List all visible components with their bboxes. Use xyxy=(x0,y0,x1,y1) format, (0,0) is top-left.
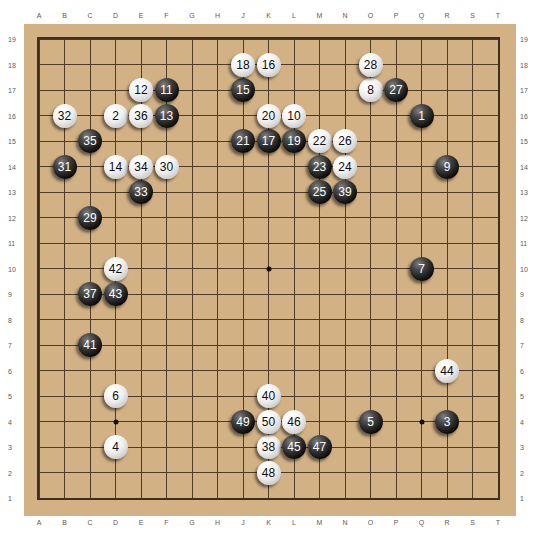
col-label-top-S: S xyxy=(470,12,475,19)
row-label-left-8: 8 xyxy=(8,316,12,323)
move-number: 25 xyxy=(313,186,326,198)
col-label-top-P: P xyxy=(394,12,399,19)
move-number: 21 xyxy=(236,135,249,147)
row-label-right-5: 5 xyxy=(520,393,524,400)
move-number: 18 xyxy=(236,59,249,71)
stone-black-Q10-move-7[interactable]: 7 xyxy=(410,257,434,281)
move-number: 40 xyxy=(262,390,275,402)
col-label-bottom-K: K xyxy=(266,519,271,526)
row-label-left-6: 6 xyxy=(8,367,12,374)
row-label-right-4: 4 xyxy=(520,418,524,425)
stone-white-N14-move-24[interactable]: 24 xyxy=(333,155,357,179)
col-label-top-E: E xyxy=(139,12,144,19)
row-label-left-19: 19 xyxy=(8,36,16,43)
col-label-top-T: T xyxy=(496,12,500,19)
col-label-top-H: H xyxy=(215,12,220,19)
stone-white-K16-move-20[interactable]: 20 xyxy=(257,104,281,128)
row-label-right-12: 12 xyxy=(520,214,528,221)
stone-white-E17-move-12[interactable]: 12 xyxy=(129,78,153,102)
move-number: 1 xyxy=(418,110,425,122)
row-label-right-9: 9 xyxy=(520,291,524,298)
col-label-bottom-B: B xyxy=(62,519,67,526)
move-number: 42 xyxy=(109,263,122,275)
move-number: 4 xyxy=(112,441,119,453)
move-number: 24 xyxy=(338,161,351,173)
move-number: 20 xyxy=(262,110,275,122)
col-label-top-C: C xyxy=(87,12,92,19)
col-label-bottom-C: C xyxy=(87,519,92,526)
move-number: 38 xyxy=(262,441,275,453)
move-number: 48 xyxy=(262,467,275,479)
stone-black-N13-move-39[interactable]: 39 xyxy=(333,180,357,204)
move-number: 37 xyxy=(83,288,96,300)
stone-black-C15-move-35[interactable]: 35 xyxy=(78,129,102,153)
move-number: 47 xyxy=(313,441,326,453)
stone-white-K3-move-38[interactable]: 38 xyxy=(257,435,281,459)
stone-black-F16-move-13[interactable]: 13 xyxy=(155,104,179,128)
row-label-left-17: 17 xyxy=(8,87,16,94)
move-number: 19 xyxy=(287,135,300,147)
stone-black-M3-move-47[interactable]: 47 xyxy=(308,435,332,459)
col-label-top-A: A xyxy=(37,12,42,19)
col-label-bottom-E: E xyxy=(139,519,144,526)
move-number: 28 xyxy=(364,59,377,71)
move-number: 14 xyxy=(109,161,122,173)
move-number: 44 xyxy=(440,365,453,377)
row-label-left-3: 3 xyxy=(8,444,12,451)
row-label-left-18: 18 xyxy=(8,61,16,68)
stone-white-E16-move-36[interactable]: 36 xyxy=(129,104,153,128)
stone-black-L3-move-45[interactable]: 45 xyxy=(282,435,306,459)
col-label-top-M: M xyxy=(317,12,323,19)
move-number: 15 xyxy=(236,84,249,96)
stone-white-B16-move-32[interactable]: 32 xyxy=(53,104,77,128)
stone-black-Q16-move-1[interactable]: 1 xyxy=(410,104,434,128)
page-background: ABCDEFGHJKLMNOPQRST ABCDEFGHJKLMNOPQRST … xyxy=(0,0,540,540)
col-label-bottom-P: P xyxy=(394,519,399,526)
col-label-top-Q: Q xyxy=(419,12,424,19)
stone-black-C7-move-41[interactable]: 41 xyxy=(78,333,102,357)
col-label-bottom-R: R xyxy=(444,519,449,526)
move-number: 43 xyxy=(109,288,122,300)
row-label-left-4: 4 xyxy=(8,418,12,425)
row-label-right-15: 15 xyxy=(520,138,528,145)
stone-white-K18-move-16[interactable]: 16 xyxy=(257,53,281,77)
move-number: 30 xyxy=(160,161,173,173)
row-label-right-13: 13 xyxy=(520,189,528,196)
col-label-bottom-D: D xyxy=(113,519,118,526)
row-label-left-16: 16 xyxy=(8,112,16,119)
move-number: 11 xyxy=(160,84,172,96)
stone-white-E14-move-34[interactable]: 34 xyxy=(129,155,153,179)
col-label-bottom-F: F xyxy=(164,519,168,526)
stone-black-K15-move-17[interactable]: 17 xyxy=(257,129,281,153)
row-label-right-10: 10 xyxy=(520,265,528,272)
stone-white-D3-move-4[interactable]: 4 xyxy=(104,435,128,459)
stone-black-O4-move-5[interactable]: 5 xyxy=(359,410,383,434)
row-label-left-10: 10 xyxy=(8,265,16,272)
move-number: 2 xyxy=(112,110,119,122)
row-label-right-2: 2 xyxy=(520,469,524,476)
col-label-bottom-Q: Q xyxy=(419,519,424,526)
move-number: 29 xyxy=(83,212,96,224)
move-number: 23 xyxy=(313,161,326,173)
row-label-left-13: 13 xyxy=(8,189,16,196)
row-label-left-14: 14 xyxy=(8,163,16,170)
stone-black-R14-move-9[interactable]: 9 xyxy=(435,155,459,179)
stone-white-K4-move-50[interactable]: 50 xyxy=(257,410,281,434)
move-number: 10 xyxy=(287,110,300,122)
move-number: 8 xyxy=(367,84,374,96)
stone-white-D16-move-2[interactable]: 2 xyxy=(104,104,128,128)
move-number: 16 xyxy=(262,59,275,71)
col-label-bottom-J: J xyxy=(241,519,245,526)
row-label-right-14: 14 xyxy=(520,163,528,170)
col-label-top-L: L xyxy=(292,12,296,19)
move-number: 36 xyxy=(134,110,147,122)
col-label-bottom-O: O xyxy=(368,519,373,526)
row-label-left-12: 12 xyxy=(8,214,16,221)
stone-white-O17-move-8[interactable]: 8 xyxy=(359,78,383,102)
move-number: 45 xyxy=(287,441,300,453)
row-label-right-7: 7 xyxy=(520,342,524,349)
stone-black-P17-move-27[interactable]: 27 xyxy=(384,78,408,102)
move-number: 17 xyxy=(262,135,275,147)
col-label-top-R: R xyxy=(444,12,449,19)
row-label-left-9: 9 xyxy=(8,291,12,298)
row-label-right-18: 18 xyxy=(520,61,528,68)
col-label-top-B: B xyxy=(62,12,67,19)
stone-black-L15-move-19[interactable]: 19 xyxy=(282,129,306,153)
move-number: 31 xyxy=(58,161,71,173)
row-label-right-1: 1 xyxy=(520,495,524,502)
move-number: 46 xyxy=(287,416,300,428)
col-label-bottom-H: H xyxy=(215,519,220,526)
stone-black-B14-move-31[interactable]: 31 xyxy=(53,155,77,179)
move-number: 32 xyxy=(58,110,71,122)
col-label-bottom-S: S xyxy=(470,519,475,526)
row-label-right-11: 11 xyxy=(520,240,527,247)
row-label-left-5: 5 xyxy=(8,393,12,400)
stone-black-C12-move-29[interactable]: 29 xyxy=(78,206,102,230)
col-label-top-D: D xyxy=(113,12,118,19)
row-label-right-8: 8 xyxy=(520,316,524,323)
col-label-top-N: N xyxy=(342,12,347,19)
move-number: 5 xyxy=(367,416,374,428)
col-label-bottom-G: G xyxy=(189,519,194,526)
stone-black-J17-move-15[interactable]: 15 xyxy=(231,78,255,102)
row-label-left-11: 11 xyxy=(8,240,15,247)
move-number: 33 xyxy=(134,186,147,198)
move-number: 9 xyxy=(444,161,451,173)
move-number: 35 xyxy=(83,135,96,147)
col-label-bottom-A: A xyxy=(37,519,42,526)
stone-black-F17-move-11[interactable]: 11 xyxy=(155,78,179,102)
stone-white-D5-move-6[interactable]: 6 xyxy=(104,384,128,408)
move-number: 7 xyxy=(418,263,425,275)
col-label-bottom-M: M xyxy=(317,519,323,526)
stone-black-M13-move-25[interactable]: 25 xyxy=(308,180,332,204)
move-number: 41 xyxy=(83,339,96,351)
move-number: 27 xyxy=(389,84,402,96)
col-label-top-F: F xyxy=(164,12,168,19)
stone-black-R4-move-3[interactable]: 3 xyxy=(435,410,459,434)
stone-white-N15-move-26[interactable]: 26 xyxy=(333,129,357,153)
stone-black-M14-move-23[interactable]: 23 xyxy=(308,155,332,179)
stone-white-L16-move-10[interactable]: 10 xyxy=(282,104,306,128)
row-label-left-15: 15 xyxy=(8,138,16,145)
move-number: 12 xyxy=(134,84,147,96)
stone-white-K2-move-48[interactable]: 48 xyxy=(257,461,281,485)
stone-white-F14-move-30[interactable]: 30 xyxy=(155,155,179,179)
stone-black-D9-move-43[interactable]: 43 xyxy=(104,282,128,306)
stone-black-J15-move-21[interactable]: 21 xyxy=(231,129,255,153)
row-label-left-7: 7 xyxy=(8,342,12,349)
move-number: 49 xyxy=(236,416,249,428)
row-label-left-2: 2 xyxy=(8,469,12,476)
stone-white-J18-move-18[interactable]: 18 xyxy=(231,53,255,77)
go-board[interactable]: 1234567891011121314151617181920212223242… xyxy=(24,24,516,516)
move-number: 26 xyxy=(338,135,351,147)
stone-white-R6-move-44[interactable]: 44 xyxy=(435,359,459,383)
move-number: 39 xyxy=(338,186,351,198)
row-label-right-6: 6 xyxy=(520,367,524,374)
stone-white-K5-move-40[interactable]: 40 xyxy=(257,384,281,408)
row-label-right-19: 19 xyxy=(520,36,528,43)
stone-white-M15-move-22[interactable]: 22 xyxy=(308,129,332,153)
stone-black-C9-move-37[interactable]: 37 xyxy=(78,282,102,306)
col-label-top-O: O xyxy=(368,12,373,19)
move-number: 6 xyxy=(112,390,119,402)
row-label-right-17: 17 xyxy=(520,87,528,94)
row-label-right-16: 16 xyxy=(520,112,528,119)
stones-layer: 1234567891011121314151617181920212223242… xyxy=(26,26,511,511)
stone-white-D14-move-14[interactable]: 14 xyxy=(104,155,128,179)
move-number: 3 xyxy=(444,416,451,428)
col-label-bottom-T: T xyxy=(496,519,500,526)
col-label-top-G: G xyxy=(189,12,194,19)
row-label-right-3: 3 xyxy=(520,444,524,451)
stone-white-D10-move-42[interactable]: 42 xyxy=(104,257,128,281)
row-label-left-1: 1 xyxy=(8,495,12,502)
move-number: 22 xyxy=(313,135,326,147)
move-number: 34 xyxy=(134,161,147,173)
col-label-top-K: K xyxy=(266,12,271,19)
stone-black-J4-move-49[interactable]: 49 xyxy=(231,410,255,434)
stone-white-L4-move-46[interactable]: 46 xyxy=(282,410,306,434)
stone-black-E13-move-33[interactable]: 33 xyxy=(129,180,153,204)
col-label-top-J: J xyxy=(241,12,245,19)
stone-white-O18-move-28[interactable]: 28 xyxy=(359,53,383,77)
col-label-bottom-N: N xyxy=(342,519,347,526)
move-number: 13 xyxy=(160,110,173,122)
col-label-bottom-L: L xyxy=(292,519,296,526)
move-number: 50 xyxy=(262,416,275,428)
